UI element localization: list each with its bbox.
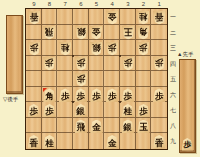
shogi-piece-gote-65[interactable]: 歩	[75, 73, 88, 87]
shogi-piece-sente-56[interactable]: 歩	[90, 88, 103, 102]
piece-kanji: 桂	[139, 12, 148, 21]
rank-label-2: 二	[169, 29, 177, 38]
piece-kanji: 歩	[155, 92, 164, 101]
piece-kanji: 角	[45, 92, 54, 101]
piece-kanji: 歩	[108, 43, 117, 52]
shogi-piece-gote-84[interactable]: 歩	[43, 57, 56, 71]
rank-label-1: 一	[169, 13, 177, 22]
piece-kanji: 歩	[77, 74, 86, 83]
shogi-piece-gote-22[interactable]: 角	[137, 26, 150, 40]
rank-label-3: 三	[169, 44, 177, 53]
file-label-7: 7	[61, 1, 69, 7]
piece-kanji: 歩	[124, 92, 133, 101]
shogi-piece-sente-49[interactable]: 金	[106, 135, 119, 149]
file-label-8: 8	[46, 1, 54, 7]
piece-kanji: 歩	[139, 107, 148, 116]
piece-kanji: 香	[155, 139, 164, 148]
piece-kanji: 玉	[139, 123, 148, 132]
piece-kanji: 歩	[77, 59, 86, 68]
shogi-piece-gote-32[interactable]: 王	[122, 26, 135, 40]
rank-label-9: 九	[169, 137, 177, 146]
shogi-piece-sente-38[interactable]: 銀	[122, 120, 135, 134]
shogi-piece-gote-41[interactable]: 金	[106, 11, 119, 25]
file-label-3: 3	[124, 1, 132, 7]
piece-kanji: 飛	[45, 28, 54, 37]
file-label-2: 2	[140, 1, 148, 7]
gote-hand-label: ▽後手	[3, 96, 18, 103]
shogi-piece-sente-97[interactable]: 歩	[28, 104, 41, 118]
star-point	[119, 101, 121, 103]
shogi-piece-gote-43[interactable]: 歩	[106, 42, 119, 56]
shogi-piece-sente-36[interactable]: 歩	[122, 88, 135, 102]
board-overlay: 香金桂香飛銀金王角歩桂銀歩歩歩歩歩歩歩角歩歩歩歩歩歩歩歩銀桂歩飛金銀玉香桂金香	[26, 9, 167, 149]
file-label-9: 9	[30, 1, 38, 7]
piece-kanji: 角	[139, 28, 148, 37]
piece-kanji: 香	[155, 12, 164, 21]
piece-kanji: 歩	[92, 92, 101, 101]
shogi-piece-gote-93[interactable]: 歩	[28, 42, 41, 56]
sente-hand-tray[interactable]: 歩	[179, 59, 196, 153]
rank-label-8: 八	[169, 122, 177, 131]
rank-label-6: 六	[169, 91, 177, 100]
shogi-board: 香金桂香飛銀金王角歩桂銀歩歩歩歩歩歩歩角歩歩歩歩歩歩歩歩銀桂歩飛金銀玉香桂金香	[25, 8, 168, 150]
file-label-5: 5	[93, 1, 101, 7]
shogi-piece-sente-19[interactable]: 香	[153, 135, 166, 149]
piece-kanji: 歩	[155, 59, 164, 68]
shogi-piece-sente-46[interactable]: 歩	[106, 88, 119, 102]
piece-kanji: 香	[30, 139, 39, 148]
file-label-6: 6	[77, 1, 85, 7]
shogi-piece-gote-62[interactable]: 銀	[75, 26, 88, 40]
shogi-piece-sente-87[interactable]: 歩	[43, 104, 56, 118]
piece-kanji: 歩	[139, 43, 148, 52]
star-point	[72, 101, 74, 103]
piece-kanji: 歩	[77, 92, 86, 101]
sente-hand-label: ▲先手	[177, 51, 193, 58]
piece-kanji: 歩	[30, 107, 39, 116]
rank-label-4: 四	[169, 60, 177, 69]
star-point	[119, 55, 121, 57]
piece-kanji: 金	[92, 28, 101, 37]
rank-label-5: 五	[169, 75, 177, 84]
piece-kanji: 銀	[124, 123, 133, 132]
shogi-piece-sente-27[interactable]: 歩	[137, 104, 150, 118]
piece-kanji: 金	[108, 12, 117, 21]
shogi-piece-gote-11[interactable]: 香	[153, 11, 166, 25]
shogi-piece-gote-14[interactable]: 歩	[153, 57, 166, 71]
shogi-piece-sente-68[interactable]: 飛	[75, 120, 88, 134]
piece-kanji: 桂	[124, 107, 133, 116]
piece-kanji: 桂	[61, 43, 70, 52]
shogi-piece-gote-52[interactable]: 金	[90, 26, 103, 40]
shogi-piece-gote-73[interactable]: 桂	[59, 42, 72, 56]
shogi-piece-gote-82[interactable]: 飛	[43, 26, 56, 40]
shogi-piece-gote-64[interactable]: 歩	[75, 57, 88, 71]
piece-kanji: 飛	[77, 123, 86, 132]
shogi-piece-sente-66[interactable]: 歩	[75, 88, 88, 102]
piece-kanji: 歩	[61, 92, 70, 101]
file-label-4: 4	[108, 1, 116, 7]
hand-piece-kanji: 歩	[183, 141, 191, 149]
shogi-piece-sente-76[interactable]: 歩	[59, 88, 72, 102]
sente-hand-piece-pawn[interactable]: 歩	[182, 138, 194, 151]
file-label-1: 1	[155, 1, 163, 7]
piece-kanji: 金	[92, 123, 101, 132]
piece-kanji: 歩	[124, 59, 133, 68]
piece-kanji: 王	[124, 28, 133, 37]
shogi-piece-gote-34[interactable]: 歩	[122, 57, 135, 71]
gote-hand-tray[interactable]	[6, 15, 23, 94]
piece-kanji: 歩	[108, 92, 117, 101]
shogi-piece-sente-99[interactable]: 香	[28, 135, 41, 149]
shogi-piece-sente-67[interactable]: 銀	[75, 104, 88, 118]
piece-kanji: 歩	[45, 59, 54, 68]
piece-kanji: 銀	[77, 107, 86, 116]
shogi-piece-gote-23[interactable]: 歩	[137, 42, 150, 56]
piece-kanji: 歩	[45, 107, 54, 116]
piece-kanji: 金	[108, 139, 117, 148]
shogi-piece-sente-28[interactable]: 玉	[137, 120, 150, 134]
star-point	[72, 55, 74, 57]
piece-kanji: 歩	[30, 43, 39, 52]
shogi-piece-gote-91[interactable]: 香	[28, 11, 41, 25]
shogi-piece-sente-89[interactable]: 桂	[43, 135, 56, 149]
piece-kanji: 銀	[77, 28, 86, 37]
piece-kanji: 桂	[45, 139, 54, 148]
piece-kanji: 銀	[92, 43, 101, 52]
shogi-piece-sente-16[interactable]: 歩	[153, 88, 166, 102]
piece-kanji: 香	[30, 12, 39, 21]
shogi-piece-gote-53[interactable]: 銀	[90, 42, 103, 56]
shogi-app: 香金桂香飛銀金王角歩桂銀歩歩歩歩歩歩歩角歩歩歩歩歩歩歩歩銀桂歩飛金銀玉香桂金香 …	[0, 0, 200, 157]
shogi-piece-sente-37[interactable]: 桂	[122, 104, 135, 118]
rank-label-7: 七	[169, 106, 177, 115]
shogi-piece-sente-58[interactable]: 金	[90, 120, 103, 134]
shogi-piece-gote-21[interactable]: 桂	[137, 11, 150, 25]
